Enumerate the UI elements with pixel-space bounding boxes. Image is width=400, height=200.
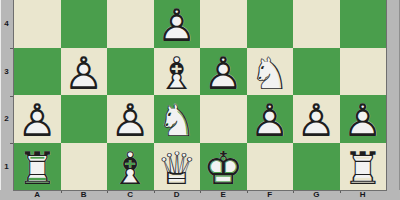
white-pawn[interactable]: ♟♙ xyxy=(154,0,201,48)
square-h4[interactable] xyxy=(340,0,387,48)
file-label-a: A xyxy=(14,190,61,200)
file-label-b: B xyxy=(61,190,108,200)
white-king-outline-icon: ♔ xyxy=(203,146,243,191)
square-d2[interactable]: ♞♘ xyxy=(154,95,201,143)
white-pawn[interactable]: ♟♙ xyxy=(61,48,108,96)
square-c3[interactable] xyxy=(107,48,154,96)
square-d3[interactable]: ♝♗ xyxy=(154,48,201,96)
square-d1[interactable]: ♛♕ xyxy=(154,143,201,191)
white-pawn-outline-icon: ♙ xyxy=(250,98,290,143)
white-pawn-outline-icon: ♙ xyxy=(157,3,197,48)
square-h1[interactable]: ♜♖ xyxy=(340,143,387,191)
square-b2[interactable] xyxy=(61,95,108,143)
square-g4[interactable] xyxy=(293,0,340,48)
white-pawn-outline-icon: ♙ xyxy=(203,51,243,96)
file-tick xyxy=(61,191,62,193)
square-a4[interactable] xyxy=(14,0,61,48)
white-pawn-outline-icon: ♙ xyxy=(110,98,150,143)
rank-label-4: 4 xyxy=(1,19,12,29)
white-bishop-outline-icon: ♗ xyxy=(110,146,150,191)
file-tick xyxy=(107,191,108,193)
square-b3[interactable]: ♟♙ xyxy=(61,48,108,96)
square-b4[interactable] xyxy=(61,0,108,48)
square-f2[interactable]: ♟♙ xyxy=(247,95,294,143)
file-tick xyxy=(247,191,248,193)
file-tick xyxy=(200,191,201,193)
white-knight-outline-icon: ♘ xyxy=(250,51,290,96)
square-c1[interactable]: ♝♗ xyxy=(107,143,154,191)
square-f1[interactable] xyxy=(247,143,294,191)
file-label-g: G xyxy=(293,190,340,200)
white-knight-outline-icon: ♘ xyxy=(157,98,197,143)
white-pawn[interactable]: ♟♙ xyxy=(247,95,294,143)
square-h2[interactable]: ♟♙ xyxy=(340,95,387,143)
square-a2[interactable]: ♟♙ xyxy=(14,95,61,143)
white-pawn[interactable]: ♟♙ xyxy=(340,95,387,143)
rank-tick xyxy=(10,96,13,97)
white-queen[interactable]: ♛♕ xyxy=(154,143,201,191)
white-pawn-outline-icon: ♙ xyxy=(343,98,383,143)
white-pawn-outline-icon: ♙ xyxy=(64,51,104,96)
square-e4[interactable] xyxy=(200,0,247,48)
rank-label-1: 1 xyxy=(1,162,12,172)
square-e1[interactable]: ♚♔ xyxy=(200,143,247,191)
square-h3[interactable] xyxy=(340,48,387,96)
white-bishop[interactable]: ♝♗ xyxy=(107,143,154,191)
white-pawn[interactable]: ♟♙ xyxy=(107,95,154,143)
square-g1[interactable] xyxy=(293,143,340,191)
white-rook-outline-icon: ♖ xyxy=(343,146,383,191)
rank-label-2: 2 xyxy=(1,114,12,124)
square-g2[interactable]: ♟♙ xyxy=(293,95,340,143)
white-bishop[interactable]: ♝♗ xyxy=(154,48,201,96)
file-tick xyxy=(293,191,294,193)
white-pawn[interactable]: ♟♙ xyxy=(200,48,247,96)
white-knight[interactable]: ♞♘ xyxy=(154,95,201,143)
rank-tick xyxy=(10,48,13,49)
white-pawn[interactable]: ♟♙ xyxy=(14,95,61,143)
file-label-f: F xyxy=(247,190,294,200)
white-rook[interactable]: ♜♖ xyxy=(14,143,61,191)
square-f4[interactable] xyxy=(247,0,294,48)
square-c4[interactable] xyxy=(107,0,154,48)
white-pawn[interactable]: ♟♙ xyxy=(293,95,340,143)
square-a1[interactable]: ♜♖ xyxy=(14,143,61,191)
rank-label-3: 3 xyxy=(1,67,12,77)
file-label-h: H xyxy=(340,190,387,200)
square-c2[interactable]: ♟♙ xyxy=(107,95,154,143)
white-rook-outline-icon: ♖ xyxy=(17,146,57,191)
white-bishop-outline-icon: ♗ xyxy=(157,51,197,96)
file-label-c: C xyxy=(107,190,154,200)
white-pawn-outline-icon: ♙ xyxy=(17,98,57,143)
file-label-d: D xyxy=(154,190,201,200)
square-f3[interactable]: ♞♘ xyxy=(247,48,294,96)
square-e2[interactable] xyxy=(200,95,247,143)
white-knight[interactable]: ♞♘ xyxy=(247,48,294,96)
rank-tick xyxy=(10,143,13,144)
board-panel: ♟♙♟♙♝♗♟♙♞♘♟♙♟♙♞♘♟♙♟♙♟♙♜♖♝♗♛♕♚♔♜♖ 4321ABC… xyxy=(0,0,400,200)
square-a3[interactable] xyxy=(14,48,61,96)
white-king[interactable]: ♚♔ xyxy=(200,143,247,191)
white-queen-outline-icon: ♕ xyxy=(157,146,197,191)
file-tick xyxy=(340,191,341,193)
file-tick xyxy=(154,191,155,193)
chess-board: ♟♙♟♙♝♗♟♙♞♘♟♙♟♙♞♘♟♙♟♙♟♙♜♖♝♗♛♕♚♔♜♖ xyxy=(13,0,387,191)
square-d4[interactable]: ♟♙ xyxy=(154,0,201,48)
square-e3[interactable]: ♟♙ xyxy=(200,48,247,96)
white-rook[interactable]: ♜♖ xyxy=(340,143,387,191)
file-label-e: E xyxy=(200,190,247,200)
square-g3[interactable] xyxy=(293,48,340,96)
square-b1[interactable] xyxy=(61,143,108,191)
white-pawn-outline-icon: ♙ xyxy=(296,98,336,143)
